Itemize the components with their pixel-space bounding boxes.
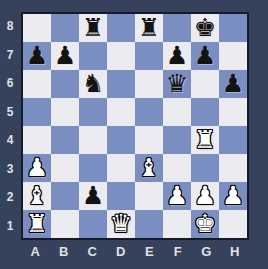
black-queen-f6[interactable]: ♛ <box>166 70 188 98</box>
square-h6[interactable]: ♟ <box>219 70 247 98</box>
square-g7[interactable]: ♟ <box>191 42 219 70</box>
square-h3[interactable] <box>219 154 247 182</box>
white-king-g1[interactable]: ♚ <box>194 210 216 238</box>
black-pawn-h6[interactable]: ♟ <box>222 70 244 98</box>
square-c5[interactable] <box>79 98 107 126</box>
white-pawn-a3[interactable]: ♟ <box>26 154 48 182</box>
rank-label-1: 1 <box>0 212 20 241</box>
square-d2[interactable] <box>107 182 135 210</box>
white-pawn-f2[interactable]: ♟ <box>166 182 188 210</box>
square-h4[interactable] <box>219 126 247 154</box>
square-d3[interactable] <box>107 154 135 182</box>
file-label-f: F <box>164 240 193 262</box>
white-pawn-g2[interactable]: ♟ <box>194 182 216 210</box>
square-e5[interactable] <box>135 98 163 126</box>
square-f6[interactable]: ♛ <box>163 70 191 98</box>
black-pawn-g7[interactable]: ♟ <box>194 42 216 70</box>
square-h1[interactable] <box>219 210 247 238</box>
square-d8[interactable] <box>107 14 135 42</box>
square-g4[interactable]: ♜ <box>191 126 219 154</box>
rank-label-3: 3 <box>0 155 20 184</box>
white-rook-g4[interactable]: ♜ <box>194 126 216 154</box>
square-f4[interactable] <box>163 126 191 154</box>
white-pawn-h2[interactable]: ♟ <box>222 182 244 210</box>
black-rook-c8[interactable]: ♜ <box>82 14 104 42</box>
square-f1[interactable] <box>163 210 191 238</box>
square-f5[interactable] <box>163 98 191 126</box>
black-pawn-f7[interactable]: ♟ <box>166 42 188 70</box>
black-pawn-b7[interactable]: ♟ <box>54 42 76 70</box>
square-e7[interactable] <box>135 42 163 70</box>
square-g1[interactable]: ♚ <box>191 210 219 238</box>
square-a6[interactable] <box>23 70 51 98</box>
square-g3[interactable] <box>191 154 219 182</box>
square-d1[interactable]: ♛ <box>107 210 135 238</box>
square-a7[interactable]: ♟ <box>23 42 51 70</box>
file-label-a: A <box>21 240 50 262</box>
chess-board: ♜♜♚♟♟♟♟♞♛♟♜♟♝♝♟♟♟♟♜♛♚ <box>21 12 249 240</box>
square-g2[interactable]: ♟ <box>191 182 219 210</box>
square-e8[interactable]: ♜ <box>135 14 163 42</box>
square-h5[interactable] <box>219 98 247 126</box>
square-a5[interactable] <box>23 98 51 126</box>
file-label-b: B <box>50 240 79 262</box>
square-e1[interactable] <box>135 210 163 238</box>
white-rook-a1[interactable]: ♜ <box>26 210 48 238</box>
square-b5[interactable] <box>51 98 79 126</box>
square-e2[interactable] <box>135 182 163 210</box>
square-g8[interactable]: ♚ <box>191 14 219 42</box>
square-f2[interactable]: ♟ <box>163 182 191 210</box>
rank-label-8: 8 <box>0 12 20 41</box>
white-queen-d1[interactable]: ♛ <box>110 210 132 238</box>
rank-label-6: 6 <box>0 69 20 98</box>
square-c1[interactable] <box>79 210 107 238</box>
square-g5[interactable] <box>191 98 219 126</box>
square-b6[interactable] <box>51 70 79 98</box>
square-a1[interactable]: ♜ <box>23 210 51 238</box>
square-g6[interactable] <box>191 70 219 98</box>
square-h8[interactable] <box>219 14 247 42</box>
square-d7[interactable] <box>107 42 135 70</box>
square-e6[interactable] <box>135 70 163 98</box>
square-a3[interactable]: ♟ <box>23 154 51 182</box>
black-rook-e8[interactable]: ♜ <box>138 14 160 42</box>
square-c4[interactable] <box>79 126 107 154</box>
square-c3[interactable] <box>79 154 107 182</box>
white-bishop-e3[interactable]: ♝ <box>138 154 160 182</box>
chess-diagram: 87654321 ♜♜♚♟♟♟♟♞♛♟♜♟♝♝♟♟♟♟♜♛♚ ABCDEFGH <box>0 0 268 269</box>
square-a8[interactable] <box>23 14 51 42</box>
rank-label-2: 2 <box>0 183 20 212</box>
square-f7[interactable]: ♟ <box>163 42 191 70</box>
square-e4[interactable] <box>135 126 163 154</box>
rank-label-4: 4 <box>0 126 20 155</box>
file-label-e: E <box>135 240 164 262</box>
file-label-c: C <box>78 240 107 262</box>
square-c8[interactable]: ♜ <box>79 14 107 42</box>
rank-label-7: 7 <box>0 41 20 70</box>
square-h2[interactable]: ♟ <box>219 182 247 210</box>
black-knight-c6[interactable]: ♞ <box>82 70 104 98</box>
square-b1[interactable] <box>51 210 79 238</box>
square-a2[interactable]: ♝ <box>23 182 51 210</box>
square-c2[interactable]: ♟ <box>79 182 107 210</box>
square-f8[interactable] <box>163 14 191 42</box>
file-labels: ABCDEFGH <box>21 240 249 262</box>
square-b3[interactable] <box>51 154 79 182</box>
square-e3[interactable]: ♝ <box>135 154 163 182</box>
rank-labels: 87654321 <box>0 12 20 240</box>
square-a4[interactable] <box>23 126 51 154</box>
square-b2[interactable] <box>51 182 79 210</box>
white-bishop-a2[interactable]: ♝ <box>26 182 48 210</box>
black-king-g8[interactable]: ♚ <box>194 14 216 42</box>
square-d6[interactable] <box>107 70 135 98</box>
square-c6[interactable]: ♞ <box>79 70 107 98</box>
file-label-h: H <box>221 240 250 262</box>
square-c7[interactable] <box>79 42 107 70</box>
square-b4[interactable] <box>51 126 79 154</box>
square-b7[interactable]: ♟ <box>51 42 79 70</box>
square-b8[interactable] <box>51 14 79 42</box>
rank-label-5: 5 <box>0 98 20 127</box>
square-d5[interactable] <box>107 98 135 126</box>
file-label-g: G <box>192 240 221 262</box>
black-pawn-c2[interactable]: ♟ <box>82 182 104 210</box>
black-pawn-a7[interactable]: ♟ <box>26 42 48 70</box>
square-h7[interactable] <box>219 42 247 70</box>
square-d4[interactable] <box>107 126 135 154</box>
file-label-d: D <box>107 240 136 262</box>
square-f3[interactable] <box>163 154 191 182</box>
